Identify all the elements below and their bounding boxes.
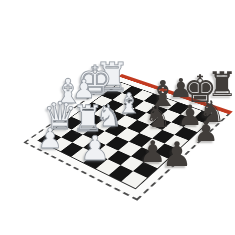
- pieces-layer: ♜♚♟♜♟♝♚♝♝♞♟♞♞♛♜♟♟♟♟♟: [0, 0, 235, 235]
- white-pawn-piece: ♟: [37, 125, 62, 153]
- white-pawn-piece: ♟: [80, 131, 110, 165]
- black-pawn-piece: ♟: [193, 118, 218, 146]
- black-knight-piece: ♞: [145, 102, 172, 132]
- black-pawn-piece: ♟: [162, 137, 192, 171]
- product-photo: ♜♚♟♜♟♝♚♝♝♞♟♞♞♛♜♟♟♟♟♟: [0, 0, 235, 235]
